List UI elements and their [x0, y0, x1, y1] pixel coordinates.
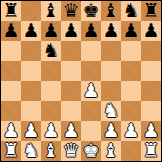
- square-a6[interactable]: [1, 41, 21, 61]
- square-a4[interactable]: [1, 81, 21, 101]
- square-b3[interactable]: [21, 101, 41, 121]
- white-rook[interactable]: ♜: [142, 141, 159, 160]
- white-pawn[interactable]: ♟: [2, 121, 19, 140]
- square-f2[interactable]: ♟: [101, 121, 121, 141]
- white-pawn[interactable]: ♟: [42, 121, 59, 140]
- square-f8[interactable]: ♝: [101, 1, 121, 21]
- square-e3[interactable]: [81, 101, 101, 121]
- square-a5[interactable]: [1, 61, 21, 81]
- square-f4[interactable]: [101, 81, 121, 101]
- square-c1[interactable]: ♝: [41, 141, 61, 161]
- white-bishop[interactable]: ♝: [102, 141, 119, 160]
- square-c7[interactable]: ♟: [41, 21, 61, 41]
- square-d4[interactable]: [61, 81, 81, 101]
- black-knight[interactable]: ♞: [42, 41, 59, 60]
- square-f1[interactable]: ♝: [101, 141, 121, 161]
- square-g2[interactable]: ♟: [121, 121, 141, 141]
- black-pawn[interactable]: ♟: [102, 21, 119, 40]
- square-g5[interactable]: [121, 61, 141, 81]
- square-h3[interactable]: [141, 101, 161, 121]
- white-rook[interactable]: ♜: [2, 141, 19, 160]
- square-e6[interactable]: [81, 41, 101, 61]
- square-g3[interactable]: [121, 101, 141, 121]
- square-h7[interactable]: ♟: [141, 21, 161, 41]
- square-g7[interactable]: ♟: [121, 21, 141, 41]
- square-c8[interactable]: ♝: [41, 1, 61, 21]
- square-d7[interactable]: ♟: [61, 21, 81, 41]
- square-h5[interactable]: [141, 61, 161, 81]
- black-pawn[interactable]: ♟: [62, 21, 79, 40]
- black-rook[interactable]: ♜: [2, 1, 19, 20]
- white-queen[interactable]: ♛: [62, 141, 79, 160]
- square-h8[interactable]: ♜: [141, 1, 161, 21]
- square-c3[interactable]: [41, 101, 61, 121]
- white-pawn[interactable]: ♟: [22, 121, 39, 140]
- square-e1[interactable]: ♚: [81, 141, 101, 161]
- white-bishop[interactable]: ♝: [42, 141, 59, 160]
- chess-board-frame: ♜♝♛♚♝♞♜♟♟♟♟♟♟♟♟♞♟♞♟♟♟♟♟♟♟♜♞♝♛♚♝♜: [0, 0, 162, 162]
- square-d6[interactable]: [61, 41, 81, 61]
- black-pawn[interactable]: ♟: [42, 21, 59, 40]
- square-h4[interactable]: [141, 81, 161, 101]
- square-f3[interactable]: ♞: [101, 101, 121, 121]
- white-pawn[interactable]: ♟: [62, 121, 79, 140]
- square-f5[interactable]: [101, 61, 121, 81]
- black-pawn[interactable]: ♟: [122, 21, 139, 40]
- square-b5[interactable]: [21, 61, 41, 81]
- square-e5[interactable]: [81, 61, 101, 81]
- white-pawn[interactable]: ♟: [82, 81, 99, 100]
- square-c5[interactable]: [41, 61, 61, 81]
- square-d8[interactable]: ♛: [61, 1, 81, 21]
- square-a3[interactable]: [1, 101, 21, 121]
- square-e4[interactable]: ♟: [81, 81, 101, 101]
- square-a7[interactable]: ♟: [1, 21, 21, 41]
- white-pawn[interactable]: ♟: [122, 121, 139, 140]
- square-f6[interactable]: [101, 41, 121, 61]
- black-rook[interactable]: ♜: [142, 1, 159, 20]
- square-h2[interactable]: ♟: [141, 121, 161, 141]
- square-c2[interactable]: ♟: [41, 121, 61, 141]
- white-knight[interactable]: ♞: [102, 101, 119, 120]
- square-b2[interactable]: ♟: [21, 121, 41, 141]
- square-b7[interactable]: ♟: [21, 21, 41, 41]
- black-bishop[interactable]: ♝: [42, 1, 59, 20]
- square-b1[interactable]: ♞: [21, 141, 41, 161]
- square-d1[interactable]: ♛: [61, 141, 81, 161]
- square-a2[interactable]: ♟: [1, 121, 21, 141]
- black-pawn[interactable]: ♟: [2, 21, 19, 40]
- white-pawn[interactable]: ♟: [102, 121, 119, 140]
- black-pawn[interactable]: ♟: [22, 21, 39, 40]
- black-queen[interactable]: ♛: [62, 1, 79, 20]
- square-g4[interactable]: [121, 81, 141, 101]
- square-b8[interactable]: [21, 1, 41, 21]
- square-a1[interactable]: ♜: [1, 141, 21, 161]
- square-d3[interactable]: [61, 101, 81, 121]
- square-h6[interactable]: [141, 41, 161, 61]
- square-b6[interactable]: [21, 41, 41, 61]
- black-knight[interactable]: ♞: [122, 1, 139, 20]
- square-d2[interactable]: ♟: [61, 121, 81, 141]
- chess-board: ♜♝♛♚♝♞♜♟♟♟♟♟♟♟♟♞♟♞♟♟♟♟♟♟♟♜♞♝♛♚♝♜: [1, 1, 161, 161]
- square-e7[interactable]: ♟: [81, 21, 101, 41]
- white-knight[interactable]: ♞: [22, 141, 39, 160]
- square-e2[interactable]: [81, 121, 101, 141]
- square-a8[interactable]: ♜: [1, 1, 21, 21]
- square-h1[interactable]: ♜: [141, 141, 161, 161]
- square-g6[interactable]: [121, 41, 141, 61]
- black-king[interactable]: ♚: [82, 1, 99, 20]
- white-king[interactable]: ♚: [82, 141, 99, 160]
- square-b4[interactable]: [21, 81, 41, 101]
- square-g8[interactable]: ♞: [121, 1, 141, 21]
- square-e8[interactable]: ♚: [81, 1, 101, 21]
- black-bishop[interactable]: ♝: [102, 1, 119, 20]
- black-pawn[interactable]: ♟: [82, 21, 99, 40]
- square-c6[interactable]: ♞: [41, 41, 61, 61]
- square-f7[interactable]: ♟: [101, 21, 121, 41]
- square-g1[interactable]: [121, 141, 141, 161]
- black-pawn[interactable]: ♟: [142, 21, 159, 40]
- square-d5[interactable]: [61, 61, 81, 81]
- square-c4[interactable]: [41, 81, 61, 101]
- white-pawn[interactable]: ♟: [142, 121, 159, 140]
